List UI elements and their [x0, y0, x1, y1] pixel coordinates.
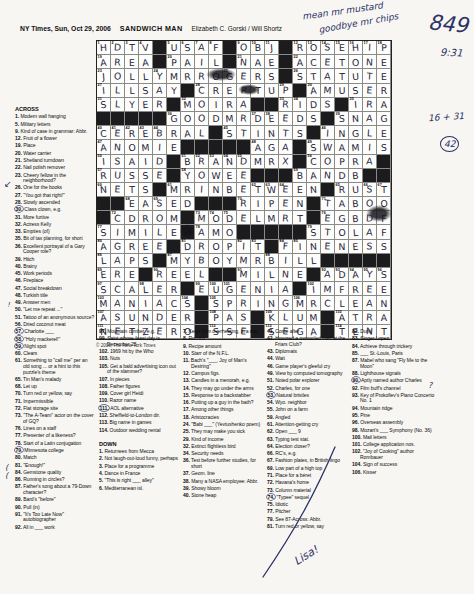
handwritten-letter: N [265, 128, 279, 138]
handwritten-letter: R [195, 156, 209, 166]
handwritten-letter: P [265, 199, 279, 209]
grid-cell: E [363, 282, 377, 296]
clue-number: 23. [15, 172, 22, 178]
grid-cell: 75D [223, 211, 237, 225]
grid-cell: N [377, 296, 391, 310]
clue-item: 84. Gemstone quality [15, 470, 95, 476]
grid-cell: S [363, 240, 377, 254]
handwritten-letter: L [125, 72, 138, 82]
grid-cell: N [349, 112, 363, 126]
clue-item: 32. Actress Kelly [15, 222, 95, 228]
handwritten-letter: B [223, 185, 237, 195]
grid-cell: 29P [279, 84, 293, 98]
handwritten-letter: E [237, 71, 251, 81]
handwritten-letter: O [195, 99, 209, 109]
clue-item: 28. Slowly ascended [15, 200, 95, 206]
grid-cell: D [125, 211, 139, 225]
grid-cell: L [251, 211, 265, 225]
handwritten-letter: E [237, 284, 251, 294]
handwritten-letter: M [167, 214, 180, 224]
margin-arrow-mark: ↙ [4, 179, 12, 189]
handwritten-letter: C [307, 57, 321, 67]
scanned-crossword-page: NY Times, Sun, Oct 29, 2006 SANDWICH MAN… [0, 0, 474, 594]
clue-item: 2. Not laugh-out-loud funny, perhaps [99, 456, 179, 462]
handwritten-letter: P [209, 313, 222, 323]
clue-number: 12. [183, 370, 190, 376]
clue-item: 111. AOL alternative [99, 406, 179, 412]
handwritten-letter: I [251, 128, 264, 138]
handwritten-letter: O [237, 42, 251, 52]
grid-cell: R [125, 240, 139, 254]
clue-item: 13. Candles in a menorah, e.g. [183, 378, 263, 384]
handwritten-letter: E [125, 199, 138, 209]
grid-cell: Y [181, 254, 195, 268]
grid-cell: E [237, 211, 251, 225]
grid-cell: N [279, 268, 293, 282]
handwritten-letter: E [321, 213, 335, 223]
grid-cell [265, 225, 279, 239]
grid-cell: S [139, 84, 153, 98]
grid-cell: 53A [209, 155, 223, 169]
clue-item: 36. Test before further studies, for sho… [183, 458, 263, 469]
handwritten-letter: E [237, 170, 251, 180]
grid-cell: A [223, 311, 237, 325]
clue-item: 80. Match [15, 455, 95, 461]
handwritten-letter: F [209, 43, 222, 53]
clue-number: 92. [352, 385, 359, 391]
handwritten-letter: E [223, 85, 237, 95]
grid-cell: A [125, 155, 139, 169]
handwritten-letter: N [307, 185, 321, 195]
grid-cell: L [125, 69, 139, 83]
handwritten-letter: P [335, 157, 348, 167]
clue-number: 71. [15, 398, 22, 404]
grid-cell: E [377, 69, 391, 83]
clue-number: 112. [99, 412, 108, 418]
grid-cell: E [167, 311, 181, 325]
handwritten-letter: S [349, 85, 363, 95]
clue-item: 11. Bach's "___, Joy of Man's Desiring" [183, 358, 263, 369]
grid-cell: M [251, 155, 265, 169]
grid-cell: 11J [265, 41, 279, 55]
clue-item: 19. Place [15, 143, 95, 149]
clue-number: 38. [183, 478, 190, 484]
handwritten-letter: A [307, 171, 321, 181]
clue-number: 53. [267, 392, 275, 398]
handwritten-letter: E [279, 199, 293, 209]
handwritten-letter: S [209, 299, 222, 309]
clue-number: 14. [183, 385, 190, 391]
handwritten-letter: O [125, 143, 138, 153]
grid-cell: O [209, 254, 223, 268]
clue-number: 84. [352, 343, 359, 349]
handwritten-letter: T [125, 185, 138, 195]
handwritten-letter: O [223, 227, 237, 237]
grid-cell: 104S [181, 296, 195, 310]
clue-number: 61. [15, 357, 22, 363]
clue-item: 90. Pull (in) [15, 505, 95, 511]
grid-cell: I [251, 126, 265, 140]
grid-cell: 74O [209, 211, 223, 225]
grid-cell: E [293, 183, 307, 197]
handwritten-letter: E [167, 228, 180, 238]
clue-number: 102. [352, 448, 362, 454]
clue-number: 89. [15, 496, 22, 502]
handwritten-letter: P [279, 85, 293, 95]
handwritten-letter: M [181, 100, 195, 110]
grid-cell: B [223, 183, 237, 197]
grid-cell: P [265, 197, 279, 211]
clue-item: 31. More furtive [15, 215, 95, 221]
grid-cell: G [335, 211, 349, 225]
grid-cell [251, 169, 265, 183]
clue-item: 78. Start of a Latin conjugation [15, 441, 95, 447]
clue-number: 88. [352, 370, 359, 376]
handwritten-letter: A [321, 269, 335, 279]
grid-cell: 97S [97, 282, 111, 296]
grid-cell [307, 126, 321, 140]
grid-cell: N [293, 197, 307, 211]
handwritten-letter: M [321, 284, 335, 294]
grid-cell: N [307, 183, 321, 197]
handwritten-letter: E [125, 57, 138, 67]
handwritten-letter: O [181, 114, 195, 124]
clue-item: 65. Tin Man's malady [15, 377, 95, 383]
grid-cell [265, 169, 279, 183]
grid-cell: E [237, 169, 251, 183]
clue-item: 110. Razor name [99, 398, 179, 404]
grid-cell: M [265, 211, 279, 225]
grid-cell: A [307, 169, 321, 183]
grid-cell: 18P [377, 41, 391, 55]
grid-cell: E [111, 183, 125, 197]
handwritten-letter: R [279, 213, 293, 223]
handwritten-letter: N [377, 299, 390, 309]
handwritten-letter: M [167, 185, 180, 195]
grid-cell: I [251, 296, 265, 310]
handwritten-letter: U [265, 85, 279, 95]
handwritten-letter: I [237, 241, 251, 251]
clue-number: 43. [267, 348, 274, 354]
handwritten-letter: E [363, 85, 377, 95]
grid-cell: S [139, 254, 153, 268]
handwritten-letter: G [335, 214, 348, 224]
clue-number: 44. [267, 355, 274, 361]
clue-item: 70. Turn red or yellow, say [15, 391, 95, 397]
handwritten-letter: A [335, 199, 348, 209]
clue-number: 5. [99, 477, 103, 483]
grid-cell: E [293, 268, 307, 282]
handwritten-letter: D [251, 114, 264, 124]
grid-cell: L [195, 126, 209, 140]
grid-cell: Y [223, 254, 237, 268]
grid-cell: E [223, 84, 237, 98]
handwritten-letter: E [181, 270, 195, 280]
clue-column-1: ACROSS 1. Modern wall hanging5. Military… [15, 105, 95, 532]
handwritten-letter: T [307, 71, 321, 81]
clue-item: 9. Recipe amount [183, 344, 263, 350]
grid-cell: 95Y [363, 268, 377, 282]
grid-cell: O [195, 98, 209, 112]
grid-cell: 9O [237, 41, 251, 55]
handwritten-letter: E [167, 313, 180, 323]
handwritten-letter: E [153, 284, 167, 294]
handwritten-letter: E [363, 284, 377, 294]
handwritten-letter: M [167, 256, 180, 266]
clue-item: 26. One for the books [15, 185, 95, 191]
clue-number: 40. [183, 492, 190, 498]
grid-cell: I [265, 282, 279, 296]
handwritten-letter: A [363, 156, 377, 166]
clue-number: 41. [267, 328, 274, 334]
grid-cell: M [209, 225, 223, 239]
clue-item: 40. Stone heap [183, 493, 263, 499]
grid-cell [195, 197, 209, 211]
handwritten-letter: G [279, 298, 293, 308]
handwritten-letter: M [265, 213, 279, 223]
clue-number: 2. [99, 455, 103, 461]
handwritten-letter: R [153, 269, 167, 279]
handwritten-letter: C [307, 156, 321, 166]
handwritten-letter: L [307, 256, 321, 266]
grid-cell: A [251, 55, 265, 69]
grid-cell [153, 41, 167, 55]
grid-cell [125, 112, 139, 126]
grid-cell [139, 268, 153, 282]
down-clues-1: 1. Returnees from Mecca2. Not laugh-out-… [99, 449, 179, 491]
clue-item: 107. In pieces [99, 377, 179, 383]
grid-cell: R [251, 254, 265, 268]
grid-cell: S [125, 169, 139, 183]
handwritten-letter: R [139, 213, 153, 223]
handwritten-letter: Y [363, 269, 377, 279]
grid-cell: P [335, 155, 349, 169]
handwritten-letter: S [237, 312, 251, 322]
grid-cell: 45S [223, 126, 237, 140]
handwritten-letter: A [125, 157, 138, 167]
grid-cell: S [293, 126, 307, 140]
grid-cell: 27I [97, 84, 111, 98]
handwritten-letter: I [97, 156, 111, 166]
grid-cell: O [321, 155, 335, 169]
grid-cell: S [139, 183, 153, 197]
grid-cell: I [111, 225, 125, 239]
grid-cell: E [139, 98, 153, 112]
clue-number: 49. [15, 299, 22, 305]
clue-item: 30. Class clown, e.g. [15, 207, 95, 213]
grid-cell: 58Y [181, 169, 195, 183]
clue-item: 38. Many a NASA employee: Abbr. [183, 479, 263, 485]
handwritten-letter: E [293, 185, 306, 195]
grid-cell: 67T [377, 183, 391, 197]
clue-number: 13. [183, 377, 190, 383]
grid-cell: I [279, 254, 293, 268]
grid-cell: 54N [223, 155, 237, 169]
grid-cell: C [167, 296, 181, 310]
handwritten-letter: P [167, 57, 180, 67]
clue-item: 86. Running in circles? [15, 477, 95, 483]
handwritten-letter: I [153, 142, 167, 152]
clue-number: 32. [183, 443, 190, 449]
grid-cell: E [223, 169, 237, 183]
grid-cell: 55D [237, 155, 251, 169]
grid-cell [195, 140, 209, 154]
handwritten-letter: M [321, 85, 335, 95]
clue-item: 91. "It's Too Late Now" autobiographer [15, 512, 95, 523]
clue-item: 14. They may go under the arms [183, 386, 263, 392]
handwritten-letter: T [363, 71, 377, 81]
grid-cell: E [265, 55, 279, 69]
handwritten-letter: P [223, 241, 237, 251]
grid-cell: C [307, 55, 321, 69]
handwritten-margin-time: 9:31 [440, 46, 463, 58]
grid-cell: S [111, 311, 125, 325]
handwritten-letter: I [251, 270, 264, 280]
grid-cell: I [195, 183, 209, 197]
grid-cell: 82I [237, 240, 251, 254]
clue-number: 87. [352, 357, 359, 363]
clue-item: 100. Mail letters [352, 435, 438, 441]
down-clues-4: 82. Dunk83. Singer Lopez84. Achieve thro… [352, 329, 438, 475]
grid-cell: O [209, 240, 223, 254]
grid-cell: 17I [363, 41, 377, 55]
handwritten-letter: D [293, 114, 306, 124]
grid-cell: 3T [125, 41, 139, 55]
grid-cell: 2D [111, 41, 125, 55]
handwritten-letter: S [181, 298, 195, 308]
handwritten-letter: U [111, 170, 125, 180]
grid-cell: 109K [265, 311, 279, 325]
handwritten-letter: N [125, 299, 138, 309]
grid-cell: 85I [293, 240, 307, 254]
handwritten-letter: L [363, 128, 377, 138]
clue-item: 17. Among other things [183, 407, 263, 413]
handwritten-letter: A [223, 312, 237, 322]
clue-item: 41. Come after [267, 329, 349, 335]
grid-cell: E [167, 197, 181, 211]
clue-number: 32. [15, 221, 22, 227]
grid-cell [307, 268, 321, 282]
grid-cell [167, 240, 181, 254]
grid-cell: N [265, 296, 279, 310]
clue-number: 82. [352, 328, 359, 334]
grid-cell: Y [167, 84, 181, 98]
handwritten-letter: X [279, 156, 293, 166]
clue-item: 73. "The A-Team" actor on the cover of G… [15, 413, 95, 424]
grid-cell: A [279, 140, 293, 154]
handwritten-letter: O [209, 256, 222, 266]
handwritten-letter: O [195, 113, 209, 123]
clue-number: 46. [15, 277, 22, 283]
grid-cell: S [349, 84, 363, 98]
clue-item: 56. Dried coconut meat [15, 322, 95, 328]
grid-cell: L [265, 268, 279, 282]
clue-number: 40. [15, 263, 22, 269]
handwritten-letter: R [251, 256, 264, 266]
grid-cell: 32M [181, 98, 195, 112]
handwritten-letter: I [139, 298, 153, 308]
grid-cell [307, 211, 321, 225]
handwritten-letter: R [335, 185, 348, 195]
handwritten-letter: A [111, 298, 125, 308]
handwritten-letter: D [209, 114, 222, 124]
clue-item: 113. Big name in games [99, 420, 179, 426]
clue-number: 83. [352, 335, 359, 341]
grid-cell [265, 98, 279, 112]
handwritten-letter: A [377, 313, 390, 323]
grid-cell: R [139, 211, 153, 225]
grid-cell: C [111, 282, 125, 296]
clue-item: 29. Kind of income [183, 437, 263, 443]
grid-cell: L [153, 225, 167, 239]
handwritten-letter: L [251, 214, 264, 224]
grid-cell: N [111, 140, 125, 154]
handwritten-letter: E [153, 241, 167, 251]
clue-number: 35. [15, 235, 22, 241]
clue-number: 81. [15, 462, 22, 468]
grid-cell: G [377, 112, 391, 126]
handwritten-letter: R [349, 156, 363, 166]
clue-item: 59. Night spot [15, 344, 95, 350]
grid-cell [321, 112, 335, 126]
grid-cell [153, 112, 167, 126]
grid-cell [377, 169, 391, 183]
grid-cell: 107A [97, 311, 111, 325]
grid-cell: 101G [223, 282, 237, 296]
grid-cell: R [167, 126, 181, 140]
grid-cell: R [377, 84, 391, 98]
grid-cell: 24Y [153, 69, 167, 83]
grid-cell: 72C [111, 211, 125, 225]
grid-cell: M [307, 311, 321, 325]
handwritten-letter: G [223, 284, 237, 294]
grid-cell: W [209, 169, 223, 183]
handwritten-letter: L [209, 57, 222, 67]
handwritten-letter: B [349, 213, 363, 223]
clue-number: 16. [183, 399, 190, 405]
clue-number: 9. [15, 128, 19, 134]
handwritten-letter: M [139, 142, 153, 152]
handwritten-letter: E [349, 241, 363, 251]
handwritten-letter: S [293, 72, 306, 82]
grid-cell: N [265, 126, 279, 140]
grid-cell: E [153, 240, 167, 254]
grid-cell: A [363, 296, 377, 310]
grid-cell: 76E [321, 211, 335, 225]
handwritten-letter: M [223, 114, 237, 124]
handwritten-letter: A [293, 57, 306, 67]
grid-cell: 106M [293, 296, 307, 310]
clue-item: 82. Dunk [352, 329, 438, 335]
handwritten-letter: M [237, 255, 251, 265]
clue-item: 94. Mountain ridge [352, 406, 438, 412]
clue-number: 15. [183, 392, 190, 398]
handwritten-letter: N [209, 185, 222, 195]
grid-cell: 31S [97, 98, 111, 112]
handwritten-letter: U [125, 313, 138, 323]
handwritten-letter: I [195, 184, 209, 194]
grid-cell: A [363, 155, 377, 169]
handwritten-letter: A [209, 157, 222, 167]
handwritten-letter: T [251, 242, 264, 252]
handwritten-letter: L [139, 284, 153, 294]
puzzle-title: SANDWICH MAN [120, 24, 183, 33]
grid-cell: 28C [195, 84, 209, 98]
ink-smudge [366, 205, 392, 222]
grid-cell: E [377, 55, 391, 69]
clue-number: 91. [15, 511, 22, 517]
clue-number: 76. [15, 425, 22, 431]
